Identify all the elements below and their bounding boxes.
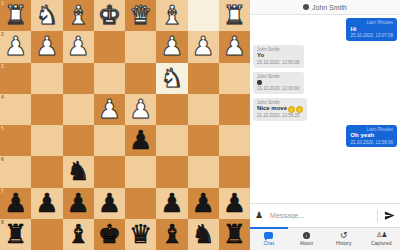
square-a4[interactable] — [219, 94, 250, 125]
black-bishop: ♝ — [66, 219, 89, 250]
tab-about[interactable]: About — [288, 228, 326, 250]
message-input-row: ♟ — [250, 203, 400, 227]
black-rook: ♜ — [223, 219, 246, 250]
rank-label: 4 — [1, 94, 4, 100]
square-c8[interactable]: ♝ — [156, 219, 187, 250]
black-knight: ♞ — [191, 219, 214, 250]
square-d3[interactable] — [125, 63, 156, 94]
white-pawn: ♟ — [66, 31, 89, 62]
square-a3[interactable] — [219, 63, 250, 94]
square-h8[interactable]: 8♜ — [0, 219, 31, 250]
black-pawn: ♟ — [191, 188, 214, 219]
chess-board[interactable]: 1♜♞♝♚♛♝♜2♟♟♟♟♟♟3♞4♟♟5♟6♞7♟♟♟♟♟♟♟8♜♝♚♛♝♞♜ — [0, 0, 250, 250]
white-pawn: ♟ — [98, 94, 121, 125]
white-pawn: ♟ — [223, 31, 246, 62]
black-pawn: ♟ — [35, 188, 58, 219]
square-g3[interactable] — [31, 63, 62, 94]
rank-label: 5 — [1, 125, 4, 131]
tab-history[interactable]: History — [325, 228, 363, 250]
message-timestamp: 25.10.2020, 13:07:08 — [350, 33, 393, 39]
white-king: ♚ — [98, 0, 121, 31]
chat-message-list[interactable]: Liam RhodesHi25.10.2020, 13:07:08John Sm… — [250, 15, 400, 203]
black-pawn: ♟ — [4, 188, 27, 219]
white-bishop: ♝ — [66, 0, 89, 31]
square-e5[interactable] — [94, 125, 125, 156]
message-text: Oh yeah — [350, 132, 393, 140]
square-e4[interactable]: ♟ — [94, 94, 125, 125]
black-knight: ♞ — [66, 156, 89, 187]
info-icon — [303, 232, 310, 239]
black-pawn: ♟ — [223, 188, 246, 219]
square-b6[interactable] — [188, 156, 219, 187]
square-a2[interactable]: ♟ — [219, 31, 250, 62]
square-d1[interactable]: ♛ — [125, 0, 156, 31]
square-a8[interactable]: ♜ — [219, 219, 250, 250]
square-e7[interactable]: ♟ — [94, 188, 125, 219]
square-c4[interactable] — [156, 94, 187, 125]
active-tab-indicator — [250, 227, 288, 229]
square-f2[interactable]: ♟ — [63, 31, 94, 62]
square-d2[interactable] — [125, 31, 156, 62]
white-pawn: ♟ — [160, 31, 183, 62]
rank-label: 2 — [1, 31, 4, 37]
message-input[interactable] — [268, 211, 372, 220]
square-g8[interactable] — [31, 219, 62, 250]
message-text — [257, 79, 300, 86]
square-e3[interactable] — [94, 63, 125, 94]
message-timestamp: 21.10.2020, 12:56:25 — [257, 113, 303, 119]
chat-bubble-icon — [264, 232, 273, 239]
white-knight: ♞ — [160, 63, 183, 94]
square-c1[interactable]: ♝ — [156, 0, 187, 31]
square-g2[interactable]: ♟ — [31, 31, 62, 62]
message-timestamp: 21.10.2020, 12:58:06 — [350, 140, 393, 146]
white-knight: ♞ — [35, 0, 58, 31]
square-f8[interactable]: ♝ — [63, 219, 94, 250]
square-g5[interactable] — [31, 125, 62, 156]
square-e1[interactable]: ♚ — [94, 0, 125, 31]
square-f1[interactable]: ♝ — [63, 0, 94, 31]
square-f7[interactable]: ♟ — [63, 188, 94, 219]
square-c6[interactable] — [156, 156, 187, 187]
tab-captured[interactable]: Captured — [363, 228, 400, 250]
black-pawn: ♟ — [129, 125, 152, 156]
square-c5[interactable] — [156, 125, 187, 156]
chat-header: John Smith — [250, 0, 400, 15]
chat-message-bubble: John SmithYo25.10.2020, 12:50:08 — [253, 45, 304, 68]
bottom-tab-bar: Chat About History Captured — [250, 227, 400, 250]
square-c3[interactable]: ♞ — [156, 63, 187, 94]
square-b1[interactable] — [188, 0, 219, 31]
white-pawn: ♟ — [35, 31, 58, 62]
black-pawn: ♟ — [160, 188, 183, 219]
white-rook: ♜ — [4, 0, 27, 31]
joy-emoji — [296, 106, 303, 113]
rank-label: 8 — [1, 219, 4, 225]
square-a1[interactable]: ♜ — [219, 0, 250, 31]
fist-emoji — [257, 80, 262, 85]
black-queen: ♛ — [129, 219, 152, 250]
square-b4[interactable] — [188, 94, 219, 125]
opponent-avatar — [303, 4, 309, 10]
square-b5[interactable] — [188, 125, 219, 156]
square-c7[interactable]: ♟ — [156, 188, 187, 219]
rank-label: 3 — [1, 63, 4, 69]
pawn-icon[interactable]: ♟ — [255, 211, 263, 220]
white-pawn: ♟ — [4, 31, 27, 62]
black-pawn: ♟ — [98, 188, 121, 219]
square-f5[interactable] — [63, 125, 94, 156]
black-bishop: ♝ — [160, 219, 183, 250]
send-paper-plane-icon[interactable] — [383, 210, 395, 222]
square-a6[interactable] — [219, 156, 250, 187]
square-g4[interactable] — [31, 94, 62, 125]
rank-label: 7 — [1, 188, 4, 194]
square-b8[interactable]: ♞ — [188, 219, 219, 250]
chat-panel: John Smith Liam RhodesHi25.10.2020, 13:0… — [250, 0, 400, 250]
black-king: ♚ — [98, 219, 121, 250]
square-e8[interactable]: ♚ — [94, 219, 125, 250]
square-g1[interactable]: ♞ — [31, 0, 62, 31]
square-h7[interactable]: 7♟ — [0, 188, 31, 219]
square-g7[interactable]: ♟ — [31, 188, 62, 219]
chat-message-bubble: Liam RhodesOh yeah21.10.2020, 12:58:06 — [346, 125, 397, 148]
message-text: Hi — [350, 26, 393, 34]
black-pawn: ♟ — [66, 188, 89, 219]
square-c2[interactable]: ♟ — [156, 31, 187, 62]
input-divider — [377, 210, 378, 222]
tab-chat[interactable]: Chat — [250, 228, 288, 250]
joy-emoji — [288, 106, 295, 113]
square-d8[interactable]: ♛ — [125, 219, 156, 250]
message-timestamp: 21.10.2020, 12:00:00 — [257, 86, 300, 92]
message-text: Nice move — [257, 105, 303, 113]
message-timestamp: 25.10.2020, 12:50:08 — [257, 60, 300, 66]
rank-label: 1 — [1, 0, 4, 6]
square-h4[interactable]: 4 — [0, 94, 31, 125]
square-f3[interactable] — [63, 63, 94, 94]
white-bishop: ♝ — [160, 0, 183, 31]
white-rook: ♜ — [223, 0, 246, 31]
square-f6[interactable]: ♞ — [63, 156, 94, 187]
black-rook: ♜ — [4, 219, 27, 250]
message-text: Yo — [257, 52, 300, 60]
tab-captured-label: Captured — [371, 240, 392, 246]
square-a5[interactable] — [219, 125, 250, 156]
square-b7[interactable]: ♟ — [188, 188, 219, 219]
square-a7[interactable]: ♟ — [219, 188, 250, 219]
square-h6[interactable]: 6 — [0, 156, 31, 187]
square-d7[interactable] — [125, 188, 156, 219]
chat-message-bubble: John SmithNice move21.10.2020, 12:56:25 — [253, 98, 307, 121]
white-queen: ♛ — [129, 0, 152, 31]
square-e6[interactable] — [94, 156, 125, 187]
square-d4[interactable]: ♟ — [125, 94, 156, 125]
opponent-name: John Smith — [312, 4, 347, 11]
square-e2[interactable] — [94, 31, 125, 62]
history-icon — [340, 232, 348, 239]
white-pawn: ♟ — [191, 31, 214, 62]
chat-message-bubble: John Smith21.10.2020, 12:00:00 — [253, 72, 304, 94]
white-pawn: ♟ — [129, 94, 152, 125]
square-d5[interactable]: ♟ — [125, 125, 156, 156]
tab-history-label: History — [336, 240, 352, 246]
square-d6[interactable] — [125, 156, 156, 187]
square-b2[interactable]: ♟ — [188, 31, 219, 62]
square-h1[interactable]: 1♜ — [0, 0, 31, 31]
square-h3[interactable]: 3 — [0, 63, 31, 94]
square-f4[interactable] — [63, 94, 94, 125]
square-h5[interactable]: 5 — [0, 125, 31, 156]
square-h2[interactable]: 2♟ — [0, 31, 31, 62]
square-b3[interactable] — [188, 63, 219, 94]
captured-pieces-icon — [376, 232, 387, 239]
square-g6[interactable] — [31, 156, 62, 187]
tab-about-label: About — [300, 240, 313, 246]
chat-message-bubble: Liam RhodesHi25.10.2020, 13:07:08 — [346, 18, 397, 41]
rank-label: 6 — [1, 156, 4, 162]
